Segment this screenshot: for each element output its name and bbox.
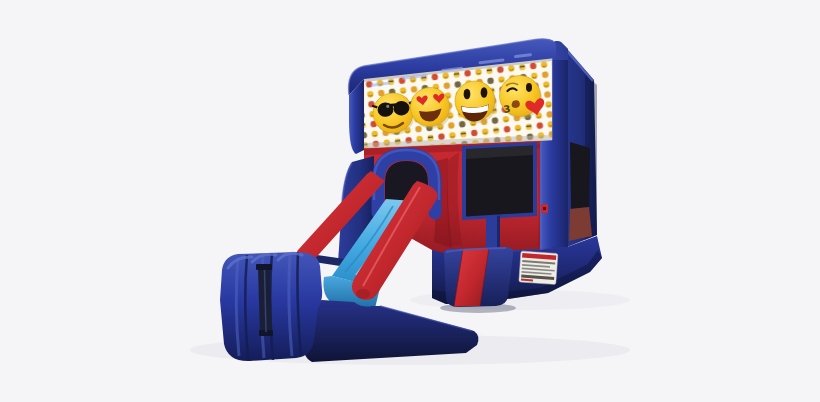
warning-label	[519, 251, 558, 285]
bounce-house-illustration: 3	[0, 0, 820, 402]
side-lower-panel	[569, 207, 592, 241]
product-photo: 3	[0, 0, 820, 402]
side-window-mesh	[570, 142, 590, 209]
front-bumper	[220, 252, 322, 361]
